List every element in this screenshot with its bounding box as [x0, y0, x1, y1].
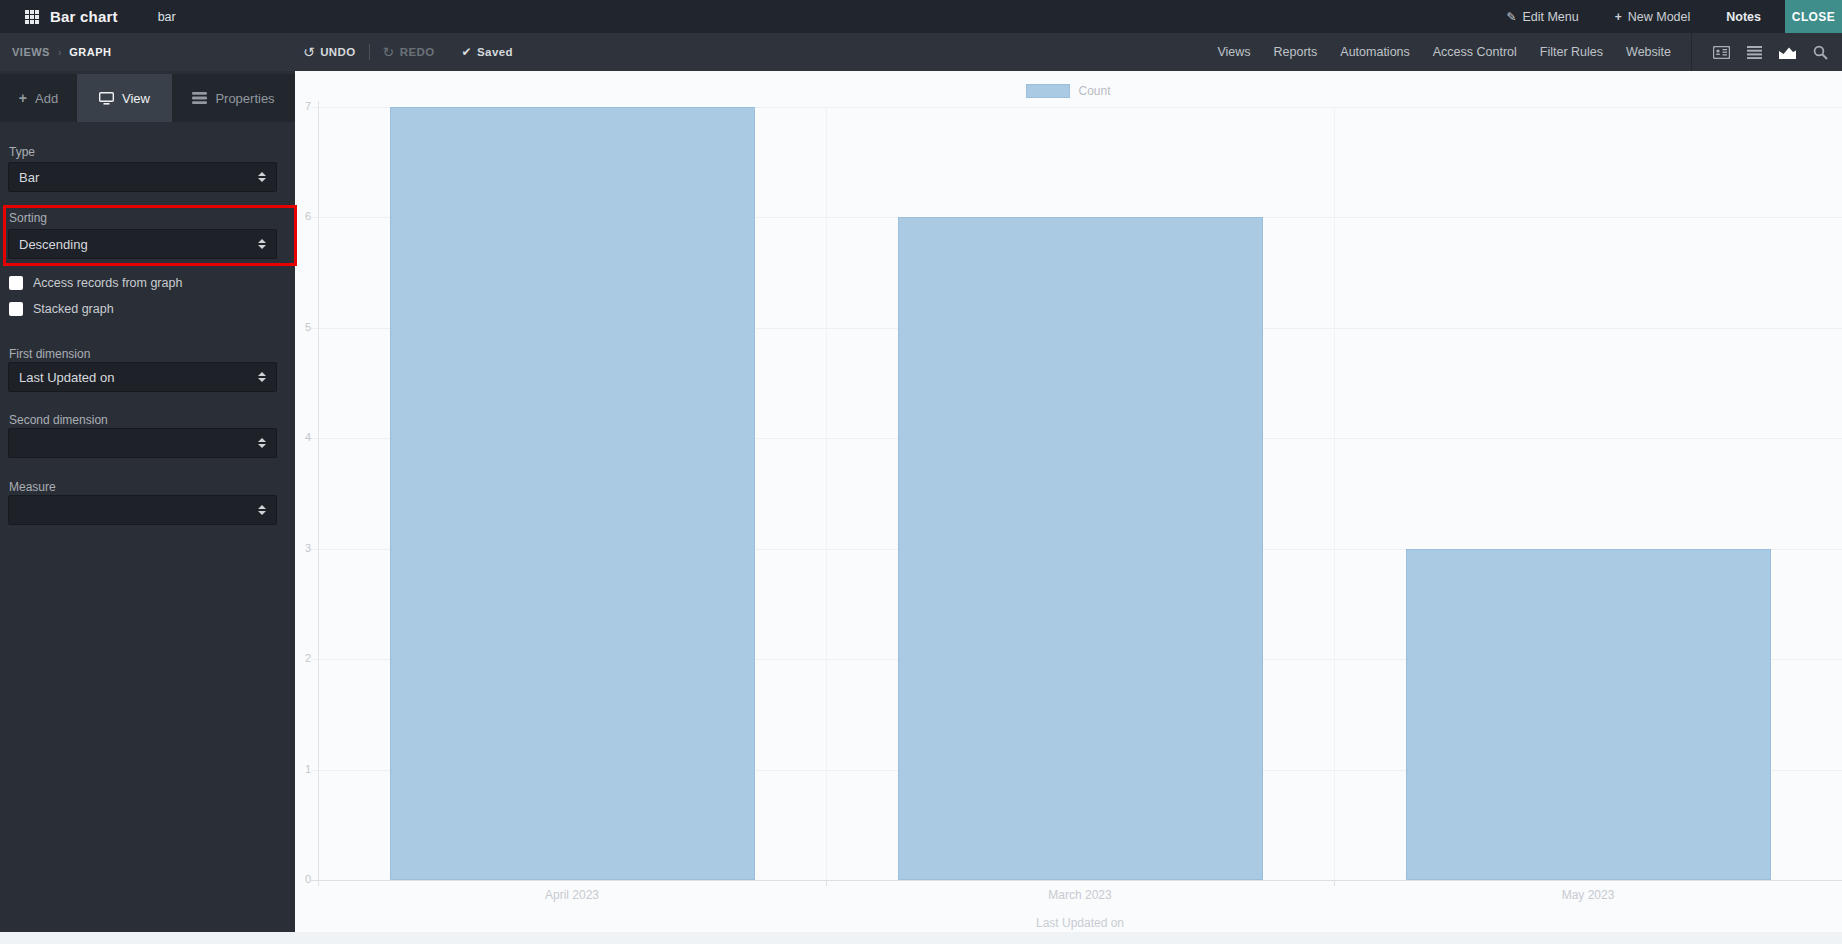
chevron-updown-icon — [258, 372, 266, 382]
app-title: Bar chart — [50, 8, 118, 25]
studio-menu-views[interactable]: Views — [1217, 45, 1250, 59]
checkbox-unchecked[interactable] — [9, 302, 23, 316]
tab-view[interactable]: View — [77, 74, 172, 122]
chevron-updown-icon — [258, 239, 266, 249]
studio-menu-automations[interactable]: Automations — [1340, 45, 1409, 59]
pencil-icon: ✎ — [1506, 10, 1516, 24]
y-tick-5: 5 — [295, 321, 311, 333]
breadcrumb-views[interactable]: VIEWS — [12, 46, 50, 58]
graph-icon[interactable] — [1779, 46, 1796, 59]
tab-properties[interactable]: Properties — [172, 74, 295, 122]
bar-march-2023[interactable] — [898, 217, 1263, 880]
measure-select[interactable] — [8, 495, 277, 525]
chevron-right-icon: › — [58, 47, 61, 58]
plus-icon: + — [19, 90, 27, 106]
y-tick-6: 6 — [295, 210, 311, 222]
apps-menu-icon[interactable] — [25, 10, 39, 24]
y-axis-line — [318, 101, 319, 886]
y-tick-3: 3 — [295, 542, 311, 554]
type-select[interactable]: Bar — [8, 162, 277, 192]
x-label-may-2023: May 2023 — [1488, 888, 1688, 902]
chevron-updown-icon — [258, 438, 266, 448]
studio-menu-access-control[interactable]: Access Control — [1433, 45, 1517, 59]
studio-sidebar: + Add View Properties Type Bar Sorting D… — [0, 71, 295, 932]
list-icon[interactable] — [1747, 46, 1762, 59]
x-axis-title: Last Updated on — [930, 916, 1230, 930]
second-dimension-label: Second dimension — [9, 413, 108, 427]
type-label: Type — [9, 145, 35, 159]
breadcrumb: VIEWS › GRAPH — [12, 46, 112, 58]
studio-menu-reports[interactable]: Reports — [1274, 45, 1318, 59]
top-navbar: Bar chart bar ✎ Edit Menu + New Model No… — [0, 0, 1842, 33]
studio-menu-website[interactable]: Website — [1626, 45, 1671, 59]
y-tick-2: 2 — [295, 652, 311, 664]
undo-icon: ↺ — [303, 44, 315, 60]
stacked-graph-checkbox-row[interactable]: Stacked graph — [9, 302, 114, 316]
gridline-x-1 — [826, 107, 827, 880]
y-tick-7: 7 — [295, 100, 311, 112]
toolbar-divider — [369, 44, 370, 60]
x-axis-line — [311, 880, 1842, 881]
studio-menu: ViewsReportsAutomationsAccess ControlFil… — [1194, 45, 1671, 59]
studio-toolbar: VIEWS › GRAPH ↺ UNDO ↻ REDO ✔ Saved View… — [0, 33, 1842, 71]
graph-view-canvas: Count Last Updated on 01234567April 2023… — [295, 71, 1842, 932]
sidebar-tabs: + Add View Properties — [0, 74, 295, 122]
bar-may-2023[interactable] — [1406, 549, 1771, 880]
search-icon[interactable] — [1813, 45, 1828, 60]
breadcrumb-graph: GRAPH — [69, 46, 111, 58]
chevron-updown-icon — [258, 505, 266, 515]
model-tab-bar[interactable]: bar — [158, 10, 176, 24]
checkbox-unchecked[interactable] — [9, 276, 23, 290]
stacked-rows-icon — [192, 92, 207, 104]
y-tick-0: 0 — [295, 873, 311, 885]
measure-label: Measure — [9, 480, 56, 494]
redo-button[interactable]: ↻ REDO — [383, 44, 435, 60]
close-button[interactable]: CLOSE — [1785, 0, 1842, 33]
plus-icon: + — [1615, 10, 1622, 24]
redo-icon: ↻ — [383, 44, 395, 60]
edit-menu-button[interactable]: ✎ Edit Menu — [1506, 10, 1578, 24]
second-dimension-select[interactable] — [8, 428, 277, 458]
chart-legend[interactable]: Count — [295, 84, 1842, 98]
gridline-x-2 — [1334, 107, 1335, 880]
bar-april-2023[interactable] — [390, 107, 755, 880]
toolbar-divider — [1691, 33, 1692, 71]
legend-swatch — [1026, 84, 1070, 98]
access-records-checkbox-row[interactable]: Access records from graph — [9, 276, 182, 290]
tab-add[interactable]: + Add — [0, 74, 77, 122]
kanban-card-icon[interactable] — [1713, 46, 1730, 59]
x-label-march-2023: March 2023 — [980, 888, 1180, 902]
studio-menu-filter-rules[interactable]: Filter Rules — [1540, 45, 1603, 59]
chevron-updown-icon — [258, 172, 266, 182]
undo-button[interactable]: ↺ UNDO — [303, 44, 356, 60]
x-label-april-2023: April 2023 — [472, 888, 672, 902]
y-tick-1: 1 — [295, 763, 311, 775]
new-model-button[interactable]: + New Model — [1615, 10, 1691, 24]
first-dimension-select[interactable]: Last Updated on — [8, 362, 277, 392]
monitor-icon — [99, 92, 114, 105]
first-dimension-label: First dimension — [9, 347, 90, 361]
sorting-label: Sorting — [9, 211, 47, 225]
y-tick-4: 4 — [295, 431, 311, 443]
notes-button[interactable]: Notes — [1726, 10, 1761, 24]
check-icon: ✔ — [462, 45, 472, 59]
legend-label: Count — [1078, 84, 1110, 98]
saved-indicator: ✔ Saved — [462, 45, 513, 59]
sorting-select[interactable]: Descending — [8, 229, 277, 259]
